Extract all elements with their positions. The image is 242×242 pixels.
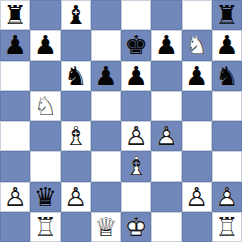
square-c6[interactable]: ♞ [61, 61, 91, 91]
square-e8[interactable] [121, 0, 151, 30]
square-d7[interactable] [91, 30, 121, 60]
piece-white-pawn-f4[interactable]: ♟♙ [151, 121, 181, 151]
white-pawn-glyph: ♙ [0, 182, 30, 212]
square-a4[interactable] [0, 121, 30, 151]
square-f5[interactable] [151, 91, 181, 121]
square-h1[interactable]: ♜♖ [212, 212, 242, 242]
square-f2[interactable] [151, 182, 181, 212]
piece-white-knight-b5[interactable]: ♞♘ [30, 91, 60, 121]
square-f7[interactable]: ♟ [151, 30, 181, 60]
white-pawn-glyph: ♙ [61, 182, 91, 212]
square-e7[interactable]: ♚ [121, 30, 151, 60]
square-b2[interactable]: ♛ [30, 182, 60, 212]
square-g6[interactable]: ♟ [182, 61, 212, 91]
square-f6[interactable] [151, 61, 181, 91]
square-c1[interactable] [61, 212, 91, 242]
piece-black-pawn-a7[interactable]: ♟ [0, 30, 30, 60]
square-c3[interactable] [61, 151, 91, 181]
piece-black-pawn-h7[interactable]: ♟ [212, 30, 242, 60]
square-f4[interactable]: ♟♙ [151, 121, 181, 151]
white-rook-glyph: ♖ [30, 212, 60, 242]
piece-black-pawn-d6[interactable]: ♟ [91, 61, 121, 91]
square-b7[interactable]: ♟ [30, 30, 60, 60]
piece-white-queen-d1[interactable]: ♛♕ [91, 212, 121, 242]
white-pawn-glyph: ♙ [121, 121, 151, 151]
black-knight-glyph: ♞ [212, 61, 242, 91]
square-e3[interactable]: ♝♗ [121, 151, 151, 181]
square-g1[interactable] [182, 212, 212, 242]
black-pawn-glyph: ♟ [121, 61, 151, 91]
square-h4[interactable] [212, 121, 242, 151]
black-pawn-glyph: ♟ [212, 30, 242, 60]
white-rook-glyph: ♖ [212, 212, 242, 242]
piece-white-bishop-c4[interactable]: ♝♗ [61, 121, 91, 151]
piece-black-rook-a8[interactable]: ♜ [0, 0, 30, 30]
square-g5[interactable] [182, 91, 212, 121]
piece-white-pawn-g2[interactable]: ♟♙ [182, 182, 212, 212]
piece-black-knight-c6[interactable]: ♞ [61, 61, 91, 91]
square-h8[interactable]: ♜ [212, 0, 242, 30]
white-king-glyph: ♔ [121, 212, 151, 242]
white-bishop-glyph: ♗ [121, 151, 151, 181]
square-c8[interactable]: ♝ [61, 0, 91, 30]
square-a1[interactable] [0, 212, 30, 242]
square-h6[interactable]: ♞ [212, 61, 242, 91]
black-rook-glyph: ♜ [0, 0, 30, 30]
white-pawn-glyph: ♙ [212, 182, 242, 212]
square-a7[interactable]: ♟ [0, 30, 30, 60]
white-queen-glyph: ♕ [91, 212, 121, 242]
black-queen-glyph: ♛ [30, 182, 60, 212]
black-pawn-glyph: ♟ [30, 30, 60, 60]
white-pawn-glyph: ♙ [151, 121, 181, 151]
piece-white-knight-g7[interactable]: ♞♘ [182, 30, 212, 60]
square-h7[interactable]: ♟ [212, 30, 242, 60]
square-a3[interactable] [0, 151, 30, 181]
piece-white-pawn-a2[interactable]: ♟♙ [0, 182, 30, 212]
piece-black-pawn-f7[interactable]: ♟ [151, 30, 181, 60]
square-b3[interactable] [30, 151, 60, 181]
square-d2[interactable] [91, 182, 121, 212]
square-a2[interactable]: ♟♙ [0, 182, 30, 212]
white-bishop-glyph: ♗ [61, 121, 91, 151]
piece-black-king-e7[interactable]: ♚ [121, 30, 151, 60]
piece-white-rook-b1[interactable]: ♜♖ [30, 212, 60, 242]
chess-board: ♜♝♜♟♟♚♟♞♘♟♞♟♟♟♞♞♘♝♗♟♙♟♙♝♗♟♙♛♟♙♟♙♟♙♜♖♛♕♚♔… [0, 0, 242, 242]
square-c2[interactable]: ♟♙ [61, 182, 91, 212]
piece-black-pawn-b7[interactable]: ♟ [30, 30, 60, 60]
square-b4[interactable] [30, 121, 60, 151]
square-g7[interactable]: ♞♘ [182, 30, 212, 60]
square-d5[interactable] [91, 91, 121, 121]
square-g4[interactable] [182, 121, 212, 151]
square-e6[interactable]: ♟ [121, 61, 151, 91]
square-f8[interactable] [151, 0, 181, 30]
piece-white-rook-h1[interactable]: ♜♖ [212, 212, 242, 242]
square-h2[interactable]: ♟♙ [212, 182, 242, 212]
square-b8[interactable] [30, 0, 60, 30]
square-e1[interactable]: ♚♔ [121, 212, 151, 242]
square-a8[interactable]: ♜ [0, 0, 30, 30]
piece-black-bishop-c8[interactable]: ♝ [61, 0, 91, 30]
square-d4[interactable] [91, 121, 121, 151]
square-g8[interactable] [182, 0, 212, 30]
piece-black-rook-h8[interactable]: ♜ [212, 0, 242, 30]
square-a5[interactable] [0, 91, 30, 121]
square-g2[interactable]: ♟♙ [182, 182, 212, 212]
black-king-glyph: ♚ [121, 30, 151, 60]
square-f1[interactable] [151, 212, 181, 242]
piece-black-knight-h6[interactable]: ♞ [212, 61, 242, 91]
square-d3[interactable] [91, 151, 121, 181]
square-d8[interactable] [91, 0, 121, 30]
white-knight-glyph: ♘ [30, 91, 60, 121]
piece-white-king-e1[interactable]: ♚♔ [121, 212, 151, 242]
piece-white-bishop-e3[interactable]: ♝♗ [121, 151, 151, 181]
black-bishop-glyph: ♝ [61, 0, 91, 30]
square-c5[interactable] [61, 91, 91, 121]
square-a6[interactable] [0, 61, 30, 91]
square-c4[interactable]: ♝♗ [61, 121, 91, 151]
square-b5[interactable]: ♞♘ [30, 91, 60, 121]
piece-white-pawn-c2[interactable]: ♟♙ [61, 182, 91, 212]
white-knight-glyph: ♘ [182, 30, 212, 60]
white-pawn-glyph: ♙ [182, 182, 212, 212]
black-rook-glyph: ♜ [212, 0, 242, 30]
piece-black-pawn-e6[interactable]: ♟ [121, 61, 151, 91]
square-g3[interactable] [182, 151, 212, 181]
black-pawn-glyph: ♟ [182, 61, 212, 91]
square-d6[interactable]: ♟ [91, 61, 121, 91]
square-c7[interactable] [61, 30, 91, 60]
square-e5[interactable] [121, 91, 151, 121]
black-pawn-glyph: ♟ [0, 30, 30, 60]
square-b1[interactable]: ♜♖ [30, 212, 60, 242]
square-b6[interactable] [30, 61, 60, 91]
square-f3[interactable] [151, 151, 181, 181]
piece-black-queen-b2[interactable]: ♛ [30, 182, 60, 212]
square-d1[interactable]: ♛♕ [91, 212, 121, 242]
square-e4[interactable]: ♟♙ [121, 121, 151, 151]
piece-white-pawn-h2[interactable]: ♟♙ [212, 182, 242, 212]
black-pawn-glyph: ♟ [151, 30, 181, 60]
piece-white-pawn-e4[interactable]: ♟♙ [121, 121, 151, 151]
piece-black-pawn-g6[interactable]: ♟ [182, 61, 212, 91]
square-h5[interactable] [212, 91, 242, 121]
square-h3[interactable] [212, 151, 242, 181]
black-knight-glyph: ♞ [61, 61, 91, 91]
black-pawn-glyph: ♟ [91, 61, 121, 91]
square-e2[interactable] [121, 182, 151, 212]
